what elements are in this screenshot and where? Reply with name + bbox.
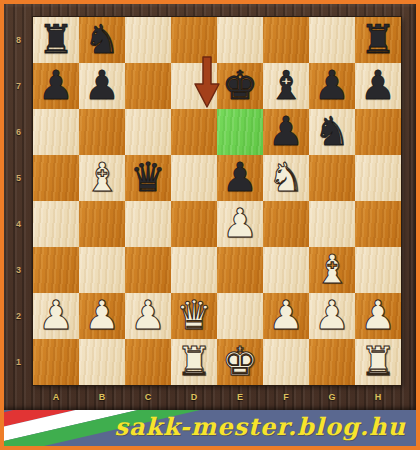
square-g3[interactable]: ♝ (309, 247, 355, 293)
piece-white-pawn: ♟ (309, 293, 355, 339)
square-c8[interactable] (125, 17, 171, 63)
square-f7[interactable]: ♝ (263, 63, 309, 109)
piece-white-pawn: ♟ (79, 293, 125, 339)
piece-white-pawn: ♟ (217, 201, 263, 247)
square-b7[interactable]: ♟ (79, 63, 125, 109)
rank-label-7: 7 (4, 63, 33, 109)
piece-black-pawn: ♟ (309, 63, 355, 109)
piece-white-rook: ♜ (355, 339, 401, 385)
square-d1[interactable]: ♜ (171, 339, 217, 385)
square-a7[interactable]: ♟ (33, 63, 79, 109)
piece-white-queen: ♛ (171, 293, 217, 339)
square-d8[interactable] (171, 17, 217, 63)
board: ♜♞♜♟♟♚♝♟♟♟♞♝♛♟♞♟♝♟♟♟♛♟♟♟♜♚♜ (33, 17, 401, 385)
piece-black-pawn: ♟ (217, 155, 263, 201)
square-b5[interactable]: ♝ (79, 155, 125, 201)
file-label-h: H (355, 385, 401, 410)
piece-black-king: ♚ (217, 63, 263, 109)
square-g4[interactable] (309, 201, 355, 247)
piece-white-pawn: ♟ (33, 293, 79, 339)
square-f4[interactable] (263, 201, 309, 247)
rank-label-8: 8 (4, 17, 33, 63)
piece-black-rook: ♜ (355, 17, 401, 63)
piece-white-bishop: ♝ (79, 155, 125, 201)
rank-label-3: 3 (4, 247, 33, 293)
file-label-g: G (309, 385, 355, 410)
square-c4[interactable] (125, 201, 171, 247)
piece-white-pawn: ♟ (125, 293, 171, 339)
square-f2[interactable]: ♟ (263, 293, 309, 339)
square-f5[interactable]: ♞ (263, 155, 309, 201)
piece-white-king: ♚ (217, 339, 263, 385)
square-d2[interactable]: ♛ (171, 293, 217, 339)
chess-diagram: 87654321 ♜♞♜♟♟♚♝♟♟♟♞♝♛♟♞♟♝♟♟♟♛♟♟♟♜♚♜ ABC… (0, 0, 420, 450)
piece-white-pawn: ♟ (263, 293, 309, 339)
square-g5[interactable] (309, 155, 355, 201)
square-a8[interactable]: ♜ (33, 17, 79, 63)
square-e5[interactable]: ♟ (217, 155, 263, 201)
piece-black-pawn: ♟ (79, 63, 125, 109)
rank-label-1: 1 (4, 339, 33, 385)
piece-white-rook: ♜ (171, 339, 217, 385)
square-g7[interactable]: ♟ (309, 63, 355, 109)
rank-label-5: 5 (4, 155, 33, 201)
square-e1[interactable]: ♚ (217, 339, 263, 385)
square-f3[interactable] (263, 247, 309, 293)
piece-black-queen: ♛ (125, 155, 171, 201)
piece-black-pawn: ♟ (33, 63, 79, 109)
square-a1[interactable] (33, 339, 79, 385)
file-label-b: B (79, 385, 125, 410)
square-e6[interactable] (217, 109, 263, 155)
piece-black-pawn: ♟ (263, 109, 309, 155)
square-a2[interactable]: ♟ (33, 293, 79, 339)
piece-white-pawn: ♟ (355, 293, 401, 339)
square-a5[interactable] (33, 155, 79, 201)
square-f8[interactable] (263, 17, 309, 63)
piece-black-pawn: ♟ (355, 63, 401, 109)
square-a6[interactable] (33, 109, 79, 155)
file-label-c: C (125, 385, 171, 410)
square-e8[interactable] (217, 17, 263, 63)
square-h6[interactable] (355, 109, 401, 155)
square-d5[interactable] (171, 155, 217, 201)
square-b1[interactable] (79, 339, 125, 385)
square-a3[interactable] (33, 247, 79, 293)
square-b3[interactable] (79, 247, 125, 293)
piece-black-knight: ♞ (309, 109, 355, 155)
square-d7[interactable] (171, 63, 217, 109)
square-e3[interactable] (217, 247, 263, 293)
square-h5[interactable] (355, 155, 401, 201)
square-c3[interactable] (125, 247, 171, 293)
piece-black-knight: ♞ (79, 17, 125, 63)
square-b8[interactable]: ♞ (79, 17, 125, 63)
square-c2[interactable]: ♟ (125, 293, 171, 339)
square-h8[interactable]: ♜ (355, 17, 401, 63)
square-e4[interactable]: ♟ (217, 201, 263, 247)
square-e2[interactable] (217, 293, 263, 339)
square-f1[interactable] (263, 339, 309, 385)
square-h3[interactable] (355, 247, 401, 293)
square-d4[interactable] (171, 201, 217, 247)
square-g2[interactable]: ♟ (309, 293, 355, 339)
square-a4[interactable] (33, 201, 79, 247)
square-b2[interactable]: ♟ (79, 293, 125, 339)
square-c6[interactable] (125, 109, 171, 155)
piece-white-bishop: ♝ (309, 247, 355, 293)
file-labels: ABCDEFGH (33, 385, 401, 410)
square-e7[interactable]: ♚ (217, 63, 263, 109)
file-label-e: E (217, 385, 263, 410)
square-g8[interactable] (309, 17, 355, 63)
piece-black-bishop: ♝ (263, 63, 309, 109)
square-h2[interactable]: ♟ (355, 293, 401, 339)
square-h1[interactable]: ♜ (355, 339, 401, 385)
file-label-a: A (33, 385, 79, 410)
square-g1[interactable] (309, 339, 355, 385)
square-d6[interactable] (171, 109, 217, 155)
square-d3[interactable] (171, 247, 217, 293)
piece-black-rook: ♜ (33, 17, 79, 63)
file-label-d: D (171, 385, 217, 410)
square-h4[interactable] (355, 201, 401, 247)
square-h7[interactable]: ♟ (355, 63, 401, 109)
blog-watermark-text: sakk-mester.blog.hu (114, 412, 406, 441)
square-f6[interactable]: ♟ (263, 109, 309, 155)
square-b4[interactable] (79, 201, 125, 247)
rank-labels: 87654321 (4, 17, 33, 385)
square-g6[interactable]: ♞ (309, 109, 355, 155)
square-b6[interactable] (79, 109, 125, 155)
rank-label-2: 2 (4, 293, 33, 339)
square-c1[interactable] (125, 339, 171, 385)
rank-label-6: 6 (4, 109, 33, 155)
rank-label-4: 4 (4, 201, 33, 247)
square-c5[interactable]: ♛ (125, 155, 171, 201)
file-label-f: F (263, 385, 309, 410)
footer-banner: sakk-mester.blog.hu (4, 410, 416, 446)
square-c7[interactable] (125, 63, 171, 109)
piece-white-knight: ♞ (263, 155, 309, 201)
